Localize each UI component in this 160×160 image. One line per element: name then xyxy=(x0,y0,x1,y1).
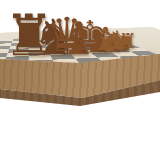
pieces-layer: ♜♞♛♝♚♟♝♟♞♟♜ xyxy=(0,0,160,160)
photo-scene: ♜♞♛♝♚♟♝♟♞♟♜ xyxy=(0,0,160,160)
piece-rook: ♜ xyxy=(119,31,138,52)
